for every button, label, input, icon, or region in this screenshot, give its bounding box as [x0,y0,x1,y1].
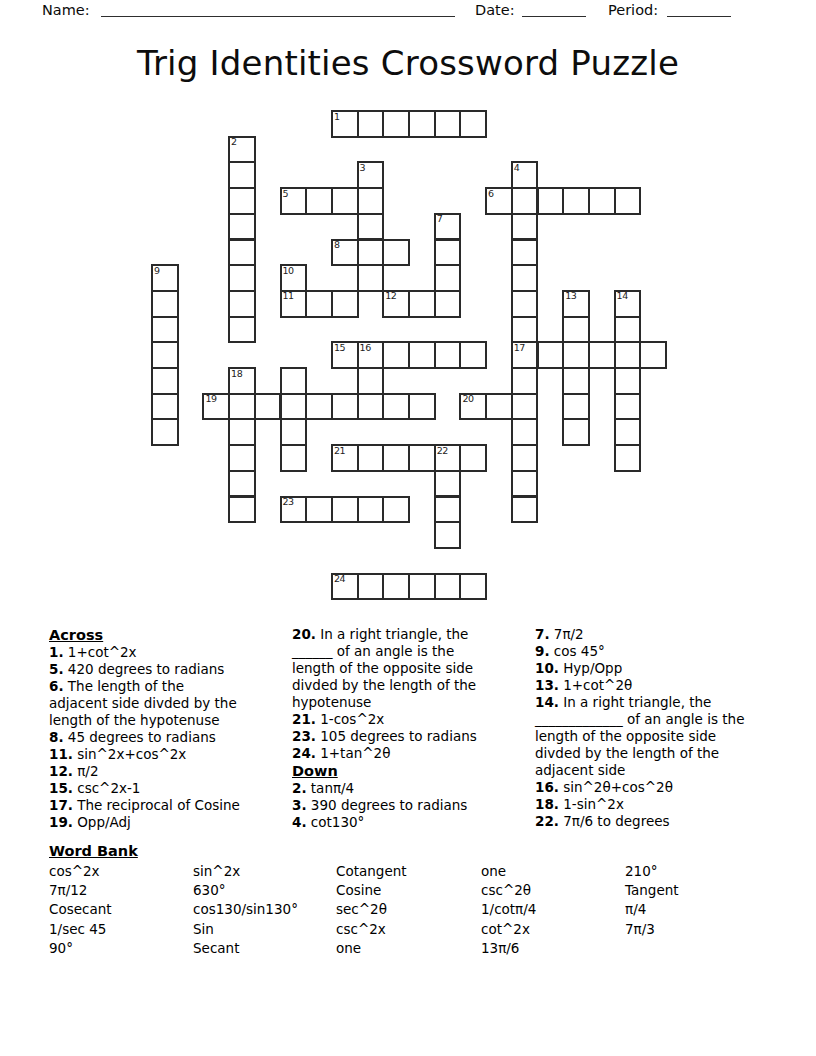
clue-across-5: 5. 420 degrees to radians [49,661,287,678]
clue-down-9: 9. cos 45° [535,643,773,660]
cell-r11c5[interactable] [281,394,307,420]
word-bank-item: 7π/12 [49,881,112,900]
cell-r2c3[interactable] [229,162,255,188]
clue-across-19: 19. Opp/Adj [49,814,287,831]
cell-r4c14[interactable] [512,214,538,240]
clue-number-7: 7 [437,214,443,224]
clue-across-23: 23. 105 degrees to radians [292,728,530,745]
clue-number-18: 18 [231,369,242,379]
cell-r8c18[interactable] [615,317,641,343]
clue-across-1: 1. 1+cot^2x [49,644,287,661]
cell-r3c18[interactable] [615,188,641,214]
clue-number-12: 12 [385,291,396,301]
clue-number-11: 11 [283,291,294,301]
clue-across-6: 6. The length of the adjacent side divde… [49,678,287,729]
clue-number-20: 20 [462,394,473,404]
clue-column-2: 20. In a right triangle, the ______ of a… [292,626,530,831]
cell-r9c7[interactable]: 15 [332,342,358,368]
cell-r3c6[interactable] [306,188,332,214]
cell-r3c7[interactable] [332,188,358,214]
name-blank-line[interactable] [101,16,455,17]
cell-r14c14[interactable] [512,471,538,497]
word-bank-item: 210° [625,862,679,881]
clue-number-3: 3 [360,163,366,173]
cell-r12c5[interactable] [281,419,307,445]
cell-r0c10[interactable] [409,111,435,137]
cell-r9c10[interactable] [409,342,435,368]
clue-across-8: 8. 45 degrees to radians [49,729,287,746]
word-bank-item: 1/sec 45 [49,920,112,939]
cell-r15c11[interactable] [435,497,461,523]
word-bank-item: Cosine [336,881,407,900]
cell-r7c10[interactable] [409,291,435,317]
clue-across-17: 17. The reciprocal of Cosine [49,797,287,814]
cell-r7c6[interactable] [306,291,332,317]
clue-number-22: 22 [437,446,448,456]
cell-r9c18[interactable] [615,342,641,368]
clue-number-19: 19 [205,394,216,404]
period-label: Period: [608,2,658,18]
clue-number-16: 16 [360,343,371,353]
clue-down-18: 18. 1-sin^2x [535,796,773,813]
cell-r4c11[interactable]: 7 [435,214,461,240]
cell-r8c14[interactable] [512,317,538,343]
word-bank-column-2: sin^2x630°cos130/sin130°SinSecant [193,862,298,958]
clue-across-15: 15. csc^2x-1 [49,780,287,797]
cell-r3c14[interactable] [512,188,538,214]
cell-r3c3[interactable] [229,188,255,214]
cell-r11c3[interactable] [229,394,255,420]
clue-number-9: 9 [154,266,160,276]
word-bank-item: 13π/6 [481,939,536,958]
word-bank-column-4: onecsc^2θ1/cotπ/4cot^2x13π/6 [481,862,536,958]
cell-r6c5[interactable]: 10 [281,265,307,291]
word-bank-item: sin^2x [193,862,298,881]
cell-r2c8[interactable]: 3 [358,162,384,188]
cell-r11c14[interactable] [512,394,538,420]
cell-r6c14[interactable] [512,265,538,291]
cell-r11c2[interactable]: 19 [203,394,229,420]
word-bank-heading: Word Bank [49,843,138,859]
cell-r3c8[interactable] [358,188,384,214]
cell-r9c14[interactable]: 17 [512,342,538,368]
cell-r14c11[interactable] [435,471,461,497]
cell-r15c3[interactable] [229,497,255,523]
cell-r9c8[interactable]: 16 [358,342,384,368]
name-label: Name: [42,2,90,18]
cell-r15c6[interactable] [306,497,332,523]
cell-r0c8[interactable] [358,111,384,137]
cell-r18c9[interactable] [383,574,409,600]
cell-r10c5[interactable] [281,368,307,394]
word-bank-item: cot^2x [481,920,536,939]
cell-r0c12[interactable] [460,111,486,137]
cell-r0c11[interactable] [435,111,461,137]
cell-r11c12[interactable]: 20 [460,394,486,420]
cell-r4c3[interactable] [229,214,255,240]
period-blank-line[interactable] [667,16,731,17]
cell-r5c11[interactable] [435,240,461,266]
cell-r11c10[interactable] [409,394,435,420]
cell-r9c9[interactable] [383,342,409,368]
clue-across-11: 11. sin^2x+cos^2x [49,746,287,763]
word-bank-item: csc^2θ [481,881,536,900]
word-bank-item: one [481,862,536,881]
clue-down-22: 22. 7π/6 to degrees [535,813,773,830]
clue-down-4: 4. cot130° [292,814,530,831]
cell-r12c0[interactable] [152,419,178,445]
cell-r9c19[interactable] [640,342,666,368]
cell-r3c15[interactable] [538,188,564,214]
clue-number-17: 17 [514,343,525,353]
cell-r9c12[interactable] [460,342,486,368]
cell-r2c14[interactable]: 4 [512,162,538,188]
clue-column-1: Across1. 1+cot^2x5. 420 degrees to radia… [49,626,287,831]
cell-r11c0[interactable] [152,394,178,420]
crossword-grid: 123456789101112131415161718192021222324 [152,111,667,600]
word-bank-item: Tangent [625,881,679,900]
cell-r3c13[interactable]: 6 [486,188,512,214]
clue-number-1: 1 [334,112,340,122]
cell-r6c3[interactable] [229,265,255,291]
clue-down-16: 16. sin^2θ+cos^2θ [535,779,773,796]
cell-r11c13[interactable] [486,394,512,420]
cell-r13c14[interactable] [512,445,538,471]
cell-r13c5[interactable] [281,445,307,471]
word-bank-column-5: 210°Tangentπ/47π/3 [625,862,679,939]
date-blank-line[interactable] [522,16,586,17]
cell-r5c14[interactable] [512,240,538,266]
clue-across-24: 24. 1+tan^2θ [292,745,530,762]
clue-across-20: 20. In a right triangle, the ______ of a… [292,626,530,711]
cell-r5c7[interactable]: 8 [332,240,358,266]
clue-number-2: 2 [231,137,237,147]
cell-r11c7[interactable] [332,394,358,420]
cell-r15c8[interactable] [358,497,384,523]
cell-r13c11[interactable]: 22 [435,445,461,471]
cell-r9c11[interactable] [435,342,461,368]
cell-r13c7[interactable]: 21 [332,445,358,471]
clue-number-14: 14 [617,291,628,301]
cell-r13c12[interactable] [460,445,486,471]
cell-r8c16[interactable] [563,317,589,343]
clue-number-6: 6 [488,189,494,199]
cell-r0c7[interactable]: 1 [332,111,358,137]
cell-r13c9[interactable] [383,445,409,471]
cell-r10c16[interactable] [563,368,589,394]
cell-r13c3[interactable] [229,445,255,471]
cell-r15c9[interactable] [383,497,409,523]
clue-number-5: 5 [283,189,289,199]
cell-r0c9[interactable] [383,111,409,137]
cell-r5c3[interactable] [229,240,255,266]
cell-r16c11[interactable] [435,522,461,548]
word-bank-item: Secant [193,939,298,958]
cell-r6c11[interactable] [435,265,461,291]
cell-r13c18[interactable] [615,445,641,471]
cell-r7c7[interactable] [332,291,358,317]
cell-r18c8[interactable] [358,574,384,600]
cell-r8c0[interactable] [152,317,178,343]
cell-r7c5[interactable]: 11 [281,291,307,317]
cell-r4c8[interactable] [358,214,384,240]
word-bank-item: Cotangent [336,862,407,881]
cell-r11c6[interactable] [306,394,332,420]
cell-r9c15[interactable] [538,342,564,368]
cell-r11c4[interactable] [255,394,281,420]
cell-r5c8[interactable] [358,240,384,266]
word-bank-column-1: cos^2x7π/12Cosecant1/sec 4590° [49,862,112,958]
cell-r15c14[interactable] [512,497,538,523]
clue-down-7: 7. 7π/2 [535,626,773,643]
cell-r9c0[interactable] [152,342,178,368]
cell-r11c8[interactable] [358,394,384,420]
down-heading: Down [292,762,530,780]
cell-r10c0[interactable] [152,368,178,394]
clue-across-12: 12. π/2 [49,763,287,780]
cell-r13c10[interactable] [409,445,435,471]
word-bank-column-3: CotangentCosinesec^2θcsc^2xone [336,862,407,958]
cell-r1c3[interactable]: 2 [229,137,255,163]
cell-r3c5[interactable]: 5 [281,188,307,214]
cell-r12c3[interactable] [229,419,255,445]
cell-r7c14[interactable] [512,291,538,317]
cell-r5c9[interactable] [383,240,409,266]
cell-r14c3[interactable] [229,471,255,497]
clue-down-3: 3. 390 degrees to radians [292,797,530,814]
clue-number-10: 10 [283,266,294,276]
cell-r6c8[interactable] [358,265,384,291]
word-bank-item: cos^2x [49,862,112,881]
word-bank-item: 7π/3 [625,920,679,939]
cell-r12c18[interactable] [615,419,641,445]
clue-number-8: 8 [334,240,340,250]
word-bank-item: one [336,939,407,958]
worksheet-page: Name: Date: Period: Trig Identities Cros… [0,0,816,1056]
cell-r11c9[interactable] [383,394,409,420]
cell-r15c5[interactable]: 23 [281,497,307,523]
word-bank-item: π/4 [625,900,679,919]
clue-number-15: 15 [334,343,345,353]
cell-r12c16[interactable] [563,419,589,445]
word-bank-item: 90° [49,939,112,958]
across-heading: Across [49,626,287,644]
cell-r10c3[interactable]: 18 [229,368,255,394]
cell-r7c18[interactable]: 14 [615,291,641,317]
clue-number-23: 23 [283,497,294,507]
cell-r18c11[interactable] [435,574,461,600]
word-bank-item: csc^2x [336,920,407,939]
clue-down-2: 2. tanπ/4 [292,780,530,797]
clue-column-3: 7. 7π/29. cos 45°10. Hyp/Opp13. 1+cot^2θ… [535,626,773,830]
cell-r3c17[interactable] [589,188,615,214]
word-bank-item: Cosecant [49,900,112,919]
page-title: Trig Identities Crossword Puzzle [0,43,816,83]
cell-r8c3[interactable] [229,317,255,343]
clue-number-24: 24 [334,574,345,584]
clue-number-21: 21 [334,446,345,456]
cell-r7c3[interactable] [229,291,255,317]
cell-r10c18[interactable] [615,368,641,394]
cell-r9c16[interactable] [563,342,589,368]
cell-r10c8[interactable] [358,368,384,394]
word-bank-item: Sin [193,920,298,939]
clue-down-13: 13. 1+cot^2θ [535,677,773,694]
cell-r3c16[interactable] [563,188,589,214]
cell-r7c11[interactable] [435,291,461,317]
clue-down-14: 14. In a right triangle, the ___________… [535,694,773,779]
cell-r15c7[interactable] [332,497,358,523]
word-bank-item: 630° [193,881,298,900]
word-bank-item: 1/cotπ/4 [481,900,536,919]
clue-down-10: 10. Hyp/Opp [535,660,773,677]
cell-r12c14[interactable] [512,419,538,445]
cell-r13c8[interactable] [358,445,384,471]
date-label: Date: [475,2,515,18]
cell-r6c0[interactable]: 9 [152,265,178,291]
cell-r7c0[interactable] [152,291,178,317]
cell-r11c16[interactable] [563,394,589,420]
clue-number-4: 4 [514,163,520,173]
cell-r11c18[interactable] [615,394,641,420]
word-bank-item: cos130/sin130° [193,900,298,919]
clue-number-13: 13 [565,291,576,301]
cell-r18c12[interactable] [460,574,486,600]
cell-r10c14[interactable] [512,368,538,394]
cell-r18c10[interactable] [409,574,435,600]
word-bank-item: sec^2θ [336,900,407,919]
cell-r7c16[interactable]: 13 [563,291,589,317]
cell-r18c7[interactable]: 24 [332,574,358,600]
clue-across-21: 21. 1-cos^2x [292,711,530,728]
cell-r9c17[interactable] [589,342,615,368]
cell-r7c9[interactable]: 12 [383,291,409,317]
